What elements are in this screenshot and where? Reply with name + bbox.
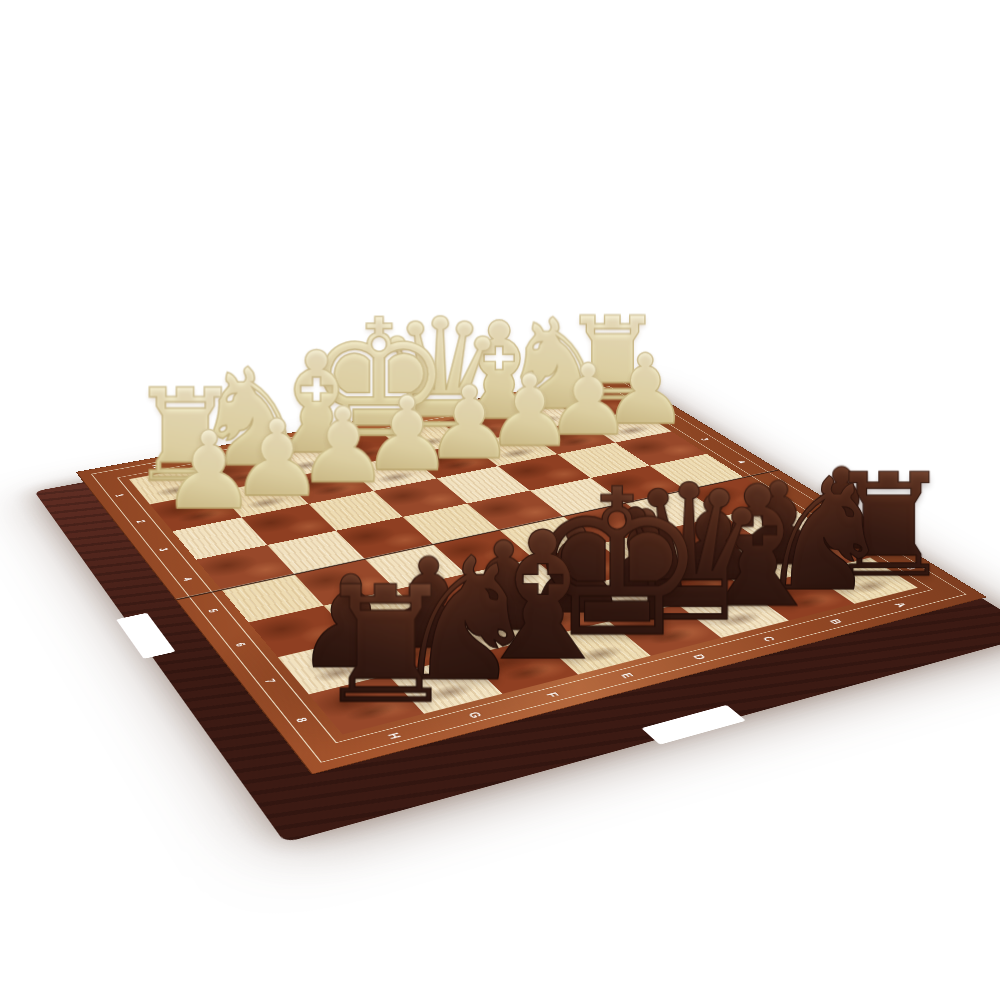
piece-white-pawn-h2: ♟	[160, 418, 256, 525]
square-h2: ♟	[150, 491, 242, 531]
product-photo-stage: HGFEDCBA HGFEDCBA 12345678 12345678 ♜♞♝♚…	[0, 0, 1000, 1000]
handle-notch-left	[116, 613, 176, 659]
piece-black-rook-h8: ♜	[313, 564, 457, 725]
handle-notch-right	[641, 705, 746, 745]
square-h8: ♜	[309, 675, 424, 734]
